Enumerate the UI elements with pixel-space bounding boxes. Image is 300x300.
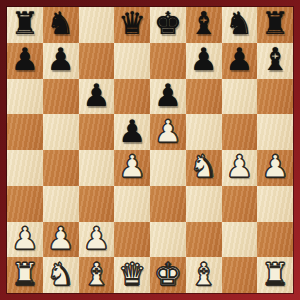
piece-black-pawn[interactable]: ♟ — [118, 116, 146, 147]
square-e7[interactable] — [150, 43, 186, 79]
square-g2[interactable] — [222, 222, 258, 258]
square-c3[interactable] — [79, 186, 115, 222]
square-a6[interactable] — [7, 79, 43, 115]
piece-white-pawn[interactable]: ♟ — [261, 151, 289, 182]
piece-black-bishop[interactable]: ♝ — [190, 8, 218, 39]
square-b8[interactable]: ♞ — [43, 7, 79, 43]
piece-white-pawn[interactable]: ♟ — [154, 116, 182, 147]
square-c6[interactable]: ♟ — [79, 79, 115, 115]
square-c2[interactable]: ♟ — [79, 222, 115, 258]
square-b5[interactable] — [43, 114, 79, 150]
piece-white-bishop[interactable]: ♝ — [82, 259, 110, 290]
square-c4[interactable] — [79, 150, 115, 186]
piece-white-queen[interactable]: ♛ — [118, 259, 146, 290]
piece-black-knight[interactable]: ♞ — [47, 8, 75, 39]
square-h1[interactable]: ♜ — [257, 257, 293, 293]
square-a4[interactable] — [7, 150, 43, 186]
piece-white-pawn[interactable]: ♟ — [11, 223, 39, 254]
square-d3[interactable] — [114, 186, 150, 222]
square-f6[interactable] — [186, 79, 222, 115]
square-d1[interactable]: ♛ — [114, 257, 150, 293]
piece-black-rook[interactable]: ♜ — [261, 8, 289, 39]
square-d8[interactable]: ♛ — [114, 7, 150, 43]
square-h5[interactable] — [257, 114, 293, 150]
square-g5[interactable] — [222, 114, 258, 150]
square-h4[interactable]: ♟ — [257, 150, 293, 186]
piece-black-queen[interactable]: ♛ — [118, 8, 146, 39]
square-e3[interactable] — [150, 186, 186, 222]
square-g6[interactable] — [222, 79, 258, 115]
square-d7[interactable] — [114, 43, 150, 79]
square-a5[interactable] — [7, 114, 43, 150]
square-d2[interactable] — [114, 222, 150, 258]
square-a7[interactable]: ♟ — [7, 43, 43, 79]
square-d5[interactable]: ♟ — [114, 114, 150, 150]
piece-black-pawn[interactable]: ♟ — [11, 44, 39, 75]
piece-white-rook[interactable]: ♜ — [261, 259, 289, 290]
piece-white-pawn[interactable]: ♟ — [118, 151, 146, 182]
square-f1[interactable]: ♝ — [186, 257, 222, 293]
square-g4[interactable]: ♟ — [222, 150, 258, 186]
square-b4[interactable] — [43, 150, 79, 186]
square-g8[interactable]: ♞ — [222, 7, 258, 43]
piece-black-knight[interactable]: ♞ — [225, 8, 253, 39]
square-c5[interactable] — [79, 114, 115, 150]
piece-black-pawn[interactable]: ♟ — [154, 80, 182, 111]
square-b6[interactable] — [43, 79, 79, 115]
square-h8[interactable]: ♜ — [257, 7, 293, 43]
square-c8[interactable] — [79, 7, 115, 43]
square-e2[interactable] — [150, 222, 186, 258]
square-b3[interactable] — [43, 186, 79, 222]
square-h7[interactable]: ♝ — [257, 43, 293, 79]
square-f7[interactable]: ♟ — [186, 43, 222, 79]
square-b2[interactable]: ♟ — [43, 222, 79, 258]
piece-black-pawn[interactable]: ♟ — [47, 44, 75, 75]
square-d6[interactable] — [114, 79, 150, 115]
piece-black-king[interactable]: ♚ — [154, 8, 182, 39]
piece-white-pawn[interactable]: ♟ — [47, 223, 75, 254]
square-a1[interactable]: ♜ — [7, 257, 43, 293]
square-g3[interactable] — [222, 186, 258, 222]
board-frame: ♜♞♛♚♝♞♜♟♟♟♟♝♟♟♟♟♟♞♟♟♟♟♟♜♞♝♛♚♝♜ — [0, 0, 300, 300]
piece-white-knight[interactable]: ♞ — [47, 259, 75, 290]
square-f5[interactable] — [186, 114, 222, 150]
square-g7[interactable]: ♟ — [222, 43, 258, 79]
piece-black-rook[interactable]: ♜ — [11, 8, 39, 39]
square-e1[interactable]: ♚ — [150, 257, 186, 293]
piece-black-pawn[interactable]: ♟ — [225, 44, 253, 75]
square-h6[interactable] — [257, 79, 293, 115]
piece-white-bishop[interactable]: ♝ — [190, 259, 218, 290]
piece-white-rook[interactable]: ♜ — [11, 259, 39, 290]
piece-black-pawn[interactable]: ♟ — [82, 80, 110, 111]
square-f4[interactable]: ♞ — [186, 150, 222, 186]
chess-board: ♜♞♛♚♝♞♜♟♟♟♟♝♟♟♟♟♟♞♟♟♟♟♟♜♞♝♛♚♝♜ — [7, 7, 293, 293]
square-a2[interactable]: ♟ — [7, 222, 43, 258]
square-a3[interactable] — [7, 186, 43, 222]
piece-white-king[interactable]: ♚ — [154, 259, 182, 290]
piece-white-pawn[interactable]: ♟ — [225, 151, 253, 182]
square-e4[interactable] — [150, 150, 186, 186]
square-f8[interactable]: ♝ — [186, 7, 222, 43]
square-f2[interactable] — [186, 222, 222, 258]
square-g1[interactable] — [222, 257, 258, 293]
square-a8[interactable]: ♜ — [7, 7, 43, 43]
piece-white-knight[interactable]: ♞ — [190, 151, 218, 182]
square-c1[interactable]: ♝ — [79, 257, 115, 293]
square-c7[interactable] — [79, 43, 115, 79]
square-e5[interactable]: ♟ — [150, 114, 186, 150]
square-f3[interactable] — [186, 186, 222, 222]
square-e6[interactable]: ♟ — [150, 79, 186, 115]
piece-black-pawn[interactable]: ♟ — [190, 44, 218, 75]
square-h2[interactable] — [257, 222, 293, 258]
square-e8[interactable]: ♚ — [150, 7, 186, 43]
piece-black-bishop[interactable]: ♝ — [261, 44, 289, 75]
square-d4[interactable]: ♟ — [114, 150, 150, 186]
square-b1[interactable]: ♞ — [43, 257, 79, 293]
square-h3[interactable] — [257, 186, 293, 222]
piece-white-pawn[interactable]: ♟ — [82, 223, 110, 254]
square-b7[interactable]: ♟ — [43, 43, 79, 79]
